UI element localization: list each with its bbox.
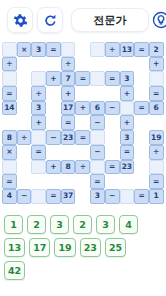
board-operator-cell-r3c8: = [105, 71, 120, 86]
board-gap-r6c11 [149, 115, 164, 130]
board-gap-r6c8 [105, 115, 120, 130]
board-gap-r7c10 [134, 130, 149, 145]
board-gap-r11c6 [75, 189, 90, 204]
board-gap-r10c6 [75, 174, 90, 189]
board-empty-cell-r7c3[interactable] [31, 130, 46, 145]
board-operator-cell-r4c1: = [2, 86, 17, 101]
board-operator-cell-r10c11: = [149, 174, 164, 189]
board-operator-cell-r8c9: = [120, 145, 135, 160]
tray-tile-2[interactable]: 2 [73, 215, 92, 234]
board-operator-cell-r7c2: ÷ [17, 130, 32, 145]
hint-button[interactable] [149, 8, 166, 32]
board-gap-r8c8 [105, 145, 120, 160]
board-empty-cell-r9c7[interactable] [90, 160, 105, 175]
tray-tile-2[interactable]: 2 [27, 215, 46, 234]
tray-row-1: 123234 [4, 215, 164, 234]
board-number-cell-r5c5: 17 [61, 101, 76, 116]
board-empty-cell-r9c11[interactable] [149, 160, 164, 175]
board-number-cell-r11c11: 1 [149, 189, 164, 204]
board-operator-cell-r4c3: ÷ [31, 86, 46, 101]
tray-tile-25[interactable]: 25 [105, 238, 126, 257]
board-number-cell-r11c1: 4 [2, 189, 17, 204]
board-gap-r2c2 [17, 57, 32, 72]
board-operator-cell-r11c2: − [17, 189, 32, 204]
board-operator-cell-r8c3: = [31, 145, 46, 160]
board-empty-cell-r1c5[interactable] [61, 42, 76, 57]
board-operator-cell-r8c1: × [2, 145, 17, 160]
board-empty-cell-r1c7[interactable] [90, 42, 105, 57]
board-operator-cell-r3c4: + [46, 71, 61, 86]
board-empty-cell-r3c7[interactable] [90, 71, 105, 86]
board-gap-r10c8 [105, 174, 120, 189]
board-operator-cell-r9c6: ÷ [75, 160, 90, 175]
board-operator-cell-r4c11: = [149, 86, 164, 101]
board-gap-r4c2 [17, 86, 32, 101]
board-gap-r8c5 [61, 145, 76, 160]
board-number-cell-r7c1: 8 [2, 130, 17, 145]
board-gap-r4c7 [90, 86, 105, 101]
board-gap-r6c6 [75, 115, 90, 130]
board-gap-r9c2 [17, 160, 32, 175]
board-operator-cell-r8c11: ÷ [149, 145, 164, 160]
board-operator-cell-r11c10: = [134, 189, 149, 204]
board-gap-r4c4 [46, 86, 61, 101]
board-operator-cell-r11c8: − [105, 189, 120, 204]
board-operator-cell-r10c7: = [90, 174, 105, 189]
board-operator-cell-r9c8: = [105, 160, 120, 175]
board-number-cell-r11c7: 3 [90, 189, 105, 204]
difficulty-label[interactable]: 전문가 [71, 8, 149, 32]
board-number-cell-r3c9: 3 [120, 71, 135, 86]
board-gap-r10c10 [134, 174, 149, 189]
board-gap-r3c10 [134, 71, 149, 86]
board-operator-cell-r9c4: + [46, 160, 61, 175]
board-operator-cell-r6c9: + [120, 115, 135, 130]
board-number-cell-r1c9: 13 [120, 42, 135, 57]
board-gap-r2c7 [90, 57, 105, 72]
board-gap-r10c5 [61, 174, 76, 189]
board-gap-r8c2 [17, 145, 32, 160]
board-gap-r3c2 [17, 71, 32, 86]
number-tray: 123234131719232542 [4, 215, 164, 284]
board-operator-cell-r2c11: + [149, 57, 164, 72]
board-number-cell-r9c5: 8 [61, 160, 76, 175]
board-gap-r6c1 [2, 115, 17, 130]
board-empty-cell-r9c3[interactable] [31, 160, 46, 175]
board-number-cell-r5c3: 3 [31, 101, 46, 116]
board-number-cell-r5c7: 6 [90, 101, 105, 116]
board-empty-cell-r7c7[interactable] [90, 130, 105, 145]
board-gap-r8c10 [134, 145, 149, 160]
board-operator-cell-r1c8: ÷ [105, 42, 120, 57]
board-gap-r5c2 [17, 101, 32, 116]
board-empty-cell-r11c3[interactable] [31, 189, 46, 204]
board-empty-cell-r3c11[interactable] [149, 71, 164, 86]
board-gap-r7c8 [105, 130, 120, 145]
tray-tile-13[interactable]: 13 [4, 238, 25, 257]
board-gap-r8c4 [46, 145, 61, 160]
board-empty-cell-r3c3[interactable] [31, 71, 46, 86]
board-number-cell-r5c1: 14 [2, 101, 17, 116]
board-operator-cell-r3c6: = [75, 71, 90, 86]
board-operator-cell-r4c9: + [120, 86, 135, 101]
tray-tile-3[interactable]: 3 [50, 215, 69, 234]
tray-tile-17[interactable]: 17 [29, 238, 50, 257]
board-operator-cell-r6c5: = [61, 115, 76, 130]
puzzle-board: ×3=÷13=2÷÷++7==3=÷++=14317+6−=6+=−+8÷−23… [2, 42, 164, 204]
board-gap-r10c4 [46, 174, 61, 189]
board-operator-cell-r7c6: = [75, 130, 90, 145]
board-number-cell-r1c3: 3 [31, 42, 46, 57]
board-operator-cell-r2c1: ÷ [2, 57, 17, 72]
board-number-cell-r9c9: 23 [120, 160, 135, 175]
board-gap-r10c9 [120, 174, 135, 189]
tray-tile-19[interactable]: 19 [54, 238, 75, 257]
tray-row-2: 1317192325 [4, 238, 164, 257]
board-operator-cell-r4c5: + [61, 86, 76, 101]
board-empty-cell-r3c1[interactable] [2, 71, 17, 86]
board-gap-r4c6 [75, 86, 90, 101]
board-number-cell-r11c5: 37 [61, 189, 76, 204]
board-gap-r1c6 [75, 42, 90, 57]
board-empty-cell-r11c9[interactable] [120, 189, 135, 204]
board-number-cell-r7c9: 3 [120, 130, 135, 145]
board-gap-r2c4 [46, 57, 61, 72]
board-operator-cell-r5c6: + [75, 101, 90, 116]
board-operator-cell-r8c7: − [90, 145, 105, 160]
board-empty-cell-r1c1[interactable] [2, 42, 17, 57]
board-operator-cell-r1c2: × [17, 42, 32, 57]
tray-row-3: 42 [4, 261, 164, 280]
board-operator-cell-r1c4: = [46, 42, 61, 57]
gear-icon [13, 13, 28, 28]
board-gap-r2c9 [120, 57, 135, 72]
restart-button[interactable] [37, 7, 63, 33]
board-gap-r2c3 [31, 57, 46, 72]
settings-button[interactable] [7, 7, 33, 33]
board-gap-r6c2 [17, 115, 32, 130]
board-gap-r9c10 [134, 160, 149, 175]
board-gap-r2c8 [105, 57, 120, 72]
board-operator-cell-r11c4: = [46, 189, 61, 204]
board-number-cell-r1c11: 2 [149, 42, 164, 57]
board-gap-r10c3 [31, 174, 46, 189]
board-operator-cell-r1c10: = [134, 42, 149, 57]
board-operator-cell-r5c10: = [134, 101, 149, 116]
tray-tile-4[interactable]: 4 [119, 215, 138, 234]
board-number-cell-r5c11: 6 [149, 101, 164, 116]
lightbulb-icon [151, 10, 166, 30]
board-gap-r6c10 [134, 115, 149, 130]
board-operator-cell-r6c3: + [31, 115, 46, 130]
board-gap-r6c4 [46, 115, 61, 130]
top-toolbar: 전문가 [0, 0, 166, 33]
board-gap-r4c8 [105, 86, 120, 101]
board-operator-cell-r10c1: = [2, 174, 17, 189]
board-gap-r5c4 [46, 101, 61, 116]
board-gap-r4c10 [134, 86, 149, 101]
board-operator-cell-r2c5: ÷ [61, 57, 76, 72]
board-gap-r8c6 [75, 145, 90, 160]
tray-tile-3[interactable]: 3 [96, 215, 115, 234]
tray-tile-42[interactable]: 42 [4, 261, 25, 280]
board-operator-cell-r5c8: − [105, 101, 120, 116]
board-number-cell-r3c5: 7 [61, 71, 76, 86]
board-operator-cell-r7c4: − [46, 130, 61, 145]
board-number-cell-r7c5: 23 [61, 130, 76, 145]
board-number-cell-r7c11: 19 [149, 130, 164, 145]
tray-tile-23[interactable]: 23 [80, 238, 101, 257]
board-gap-r10c2 [17, 174, 32, 189]
board-empty-cell-r5c9[interactable] [120, 101, 135, 116]
board-empty-cell-r9c1[interactable] [2, 160, 17, 175]
board-gap-r2c6 [75, 57, 90, 72]
tray-tile-1[interactable]: 1 [4, 215, 23, 234]
board-gap-r2c10 [134, 57, 149, 72]
board-operator-cell-r6c7: − [90, 115, 105, 130]
refresh-icon [43, 13, 58, 28]
